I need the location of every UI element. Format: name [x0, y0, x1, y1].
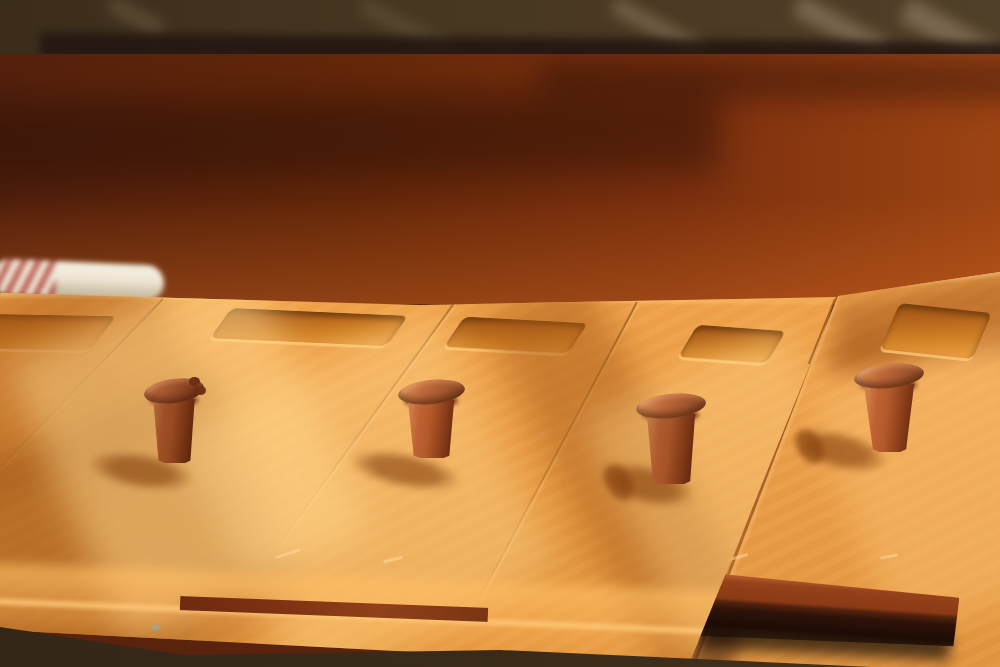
- peg-cap-notch: [195, 386, 206, 395]
- photo-of-wooden-peg-game: [0, 0, 1000, 667]
- paint-speck: [152, 625, 159, 630]
- peg-body: [646, 414, 696, 484]
- peg-body: [407, 400, 455, 458]
- background-shadow-smear: [540, 60, 1000, 100]
- peg-body: [152, 399, 195, 463]
- thumb-recess-lane-5: [880, 303, 992, 359]
- background-shadow-smear: [0, 89, 721, 186]
- peg-cap-notch: [189, 377, 200, 386]
- paper-roll-red-marks: [0, 258, 57, 297]
